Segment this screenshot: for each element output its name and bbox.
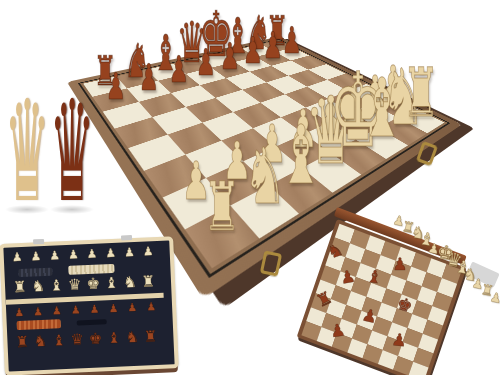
folded-white-pawn: ♟ [489,290,500,305]
case-black-knight: ♞ [125,330,139,346]
storage-case: ♟♟♟♟♟♟♟♟♜♞♝♛♚♝♞♜♟♟♟♟♟♟♟♟♜♞♝♛♚♝♞♜ [0,236,179,375]
case-white-pawn: ♟ [86,248,97,260]
folded-magnetic-board: ♞♟♜♝♟♟♚♟♟ ♟♜♞♝♟♚♛♝♞♟♜♟ [300,205,500,375]
product-photo-stage: ♜♞♝♛♚♝♞♜♟♟♟♟♟♟♟♟♟♟♟♟♟♟♟♟♜♞♝♛♚♝♞♜ ♛ ♛ ♟♟♟… [0,0,500,375]
case-white-knight: ♞ [123,275,137,291]
white-queen-piece: ♛ [4,82,49,222]
folded-black-bishop: ♝ [366,268,383,287]
case-black-rook: ♜ [15,335,29,351]
case-black-knight: ♞ [34,334,48,350]
case-black-pawn: ♟ [33,306,43,317]
case-white-pawn: ♟ [105,247,116,259]
case-hinge-icon [33,239,44,244]
folded-black-pawn: ♟ [391,331,408,349]
case-black-pawn: ♟ [146,301,156,312]
case-black-pawn: ♟ [127,302,137,313]
case-white-pawn: ♟ [30,250,41,262]
queen-pieces-closeup: ♛ ♛ [0,92,100,218]
case-black-pawn: ♟ [108,303,118,314]
checkers-stack-red [17,319,61,330]
case-white-pawn: ♟ [124,246,135,258]
case-black-rook: ♜ [144,329,158,345]
case-white-bishop: ♝ [49,278,63,294]
case-white-knight: ♞ [31,279,45,295]
case-lid-pawn-row: ♟♟♟♟♟♟♟♟ [4,245,162,264]
case-white-bishop: ♝ [105,276,119,292]
case-hinge-icon [121,235,132,240]
case-black-pawn: ♟ [89,304,99,315]
folded-black-pawn: ♟ [392,256,407,273]
case-empty-slot [77,319,107,325]
folded-black-pawn: ♟ [339,268,357,287]
case-black-pawn: ♟ [52,305,62,316]
case-white-pawn: ♟ [49,249,60,261]
case-white-rook: ♜ [13,280,27,296]
case-white-pawn: ♟ [12,251,23,263]
case-white-pawn: ♟ [68,248,79,260]
folded-black-pawn: ♟ [329,321,346,340]
brass-clasp-front-icon [260,250,282,276]
black-queen-piece: ♛ [49,82,94,222]
case-black-king: ♚ [89,331,103,347]
case-tray-piece-row: ♜♞♝♛♚♝♞♜ [7,329,166,351]
case-black-pawn: ♟ [14,307,24,318]
case-black-bishop: ♝ [107,331,121,347]
case-black-bishop: ♝ [52,333,66,349]
case-white-queen: ♛ [68,277,82,293]
case-black-pawn: ♟ [71,304,81,315]
case-white-rook: ♜ [141,274,155,290]
case-lid-piece-row: ♜♞♝♛♚♝♞♜ [5,274,164,296]
case-black-queen: ♛ [70,332,84,348]
case-white-pawn: ♟ [143,245,154,257]
checkers-stack-black [18,268,52,277]
case-white-king: ♚ [86,277,100,293]
